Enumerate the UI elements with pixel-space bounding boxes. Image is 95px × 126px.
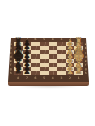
coord-file-e: e [8,59,14,63]
coord-rank-4: 4 [49,37,58,41]
square-h5 [40,71,49,75]
board-squares [14,42,83,75]
coord-rank-8: 8 [14,76,23,81]
square-h6 [31,71,40,75]
square-h1 [74,71,83,75]
frame-coordinates-left: abcdefgh [8,42,14,75]
coord-rank-6: 6 [31,76,40,81]
square-h2 [66,71,75,75]
coord-file-h: h [83,71,89,75]
coord-rank-7: 7 [23,76,32,81]
coord-rank-6: 6 [31,37,40,41]
coord-file-f: f [83,63,89,67]
coord-file-a: a [8,42,14,46]
coord-file-d: d [8,54,14,58]
coord-rank-1: 1 [74,37,83,41]
coord-file-b: b [8,46,14,50]
chess-board-group: 87654321 87654321 abcdefgh abcdefgh ♜♞♝♛… [0,0,95,126]
chess-board: 87654321 87654321 abcdefgh abcdefgh [8,38,89,82]
coord-rank-7: 7 [23,37,32,41]
coord-rank-4: 4 [49,76,58,81]
coord-file-g: g [8,67,14,71]
square-h4 [49,71,58,75]
square-h8 [14,71,23,75]
frame-coordinates-top: 87654321 [14,37,83,41]
square-h3 [57,71,66,75]
coord-file-f: f [8,63,14,67]
coord-rank-3: 3 [57,37,66,41]
coord-file-a: a [83,42,89,46]
coord-rank-2: 2 [66,76,75,81]
square-h7 [23,71,32,75]
coord-rank-3: 3 [57,76,66,81]
coord-file-d: d [83,54,89,58]
frame-coordinates-bottom: 87654321 [14,76,83,81]
coord-rank-8: 8 [14,37,23,41]
coord-file-h: h [8,71,14,75]
coord-rank-1: 1 [74,76,83,81]
coord-file-b: b [83,46,89,50]
coord-file-c: c [8,50,14,54]
coord-file-e: e [83,59,89,63]
coord-file-c: c [83,50,89,54]
frame-coordinates-right: abcdefgh [83,42,89,75]
coord-rank-5: 5 [40,76,49,81]
coord-rank-2: 2 [66,37,75,41]
product-photo: 87654321 87654321 abcdefgh abcdefgh ♜♞♝♛… [0,0,95,126]
board-front-edge [8,82,89,86]
coord-file-g: g [83,67,89,71]
coord-rank-5: 5 [40,37,49,41]
